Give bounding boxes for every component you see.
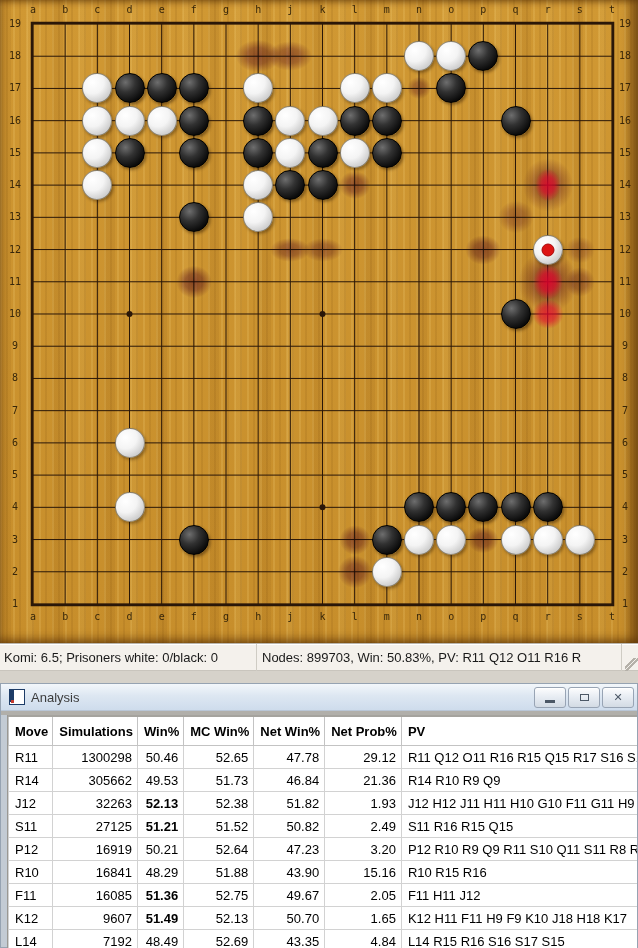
coordinate-label-bottom-g: g xyxy=(223,612,229,622)
maximize-button[interactable] xyxy=(568,687,600,708)
coordinate-label-bottom-k: k xyxy=(319,612,325,622)
cell-S11-net_prob: 2.49 xyxy=(325,815,402,838)
cell-P12-simulations: 16919 xyxy=(53,838,138,861)
cell-R11-simulations: 1300298 xyxy=(53,746,138,769)
black-stone-M3 xyxy=(372,525,402,555)
cell-F11-pv: F11 H11 J12 xyxy=(401,884,637,907)
black-stone-O17 xyxy=(436,73,466,103)
analysis-row-K12[interactable]: K12960751.4952.1350.701.65K12 H11 F11 H9… xyxy=(9,907,638,930)
white-stone-D4 xyxy=(115,492,145,522)
black-stone-P18 xyxy=(468,41,498,71)
coordinate-label-left-6: 6 xyxy=(12,438,18,448)
cell-L14-move: L14 xyxy=(9,930,53,948)
cell-L14-mc_win: 52.69 xyxy=(184,930,254,948)
coordinate-label-top-e: e xyxy=(159,5,165,15)
cell-L14-simulations: 7192 xyxy=(53,930,138,948)
coordinate-label-left-7: 7 xyxy=(12,406,18,416)
black-stone-M15 xyxy=(372,138,402,168)
cell-L14-net_win: 43.35 xyxy=(254,930,325,948)
white-stone-L17 xyxy=(340,73,370,103)
coordinate-label-right-9: 9 xyxy=(622,341,628,351)
cell-S11-pv: S11 R16 R15 Q15 xyxy=(401,815,637,838)
coordinate-label-bottom-j: j xyxy=(287,612,293,622)
coordinate-label-top-t: t xyxy=(609,5,615,15)
coordinate-label-left-8: 8 xyxy=(12,373,18,383)
coordinate-label-left-15: 15 xyxy=(9,148,21,158)
coordinate-label-right-17: 17 xyxy=(619,83,631,93)
cell-R14-pv: R14 R10 R9 Q9 xyxy=(401,769,637,792)
coordinate-label-top-s: s xyxy=(577,5,583,15)
cell-R14-move: R14 xyxy=(9,769,53,792)
white-stone-O3 xyxy=(436,525,466,555)
white-stone-J15 xyxy=(275,138,305,168)
coordinate-label-top-d: d xyxy=(126,5,132,15)
cell-S11-move: S11 xyxy=(9,815,53,838)
analysis-row-R10[interactable]: R101684148.2951.8843.9015.16R10 R15 R16 xyxy=(9,861,638,884)
cell-F11-net_win: 49.67 xyxy=(254,884,325,907)
analysis-row-P12[interactable]: P121691950.2152.6447.233.20P12 R10 R9 Q9… xyxy=(9,838,638,861)
coordinate-label-right-2: 2 xyxy=(622,567,628,577)
coordinate-label-right-1: 1 xyxy=(622,599,628,609)
minimize-icon xyxy=(545,700,555,703)
black-stone-Q10 xyxy=(501,299,531,329)
white-stone-E16 xyxy=(147,106,177,136)
cell-R10-pv: R10 R15 R16 xyxy=(401,861,637,884)
coordinate-label-left-9: 9 xyxy=(12,341,18,351)
cell-R14-mc_win: 51.73 xyxy=(184,769,254,792)
cell-R10-net_prob: 15.16 xyxy=(325,861,402,884)
cell-K12-mc_win: 52.13 xyxy=(184,907,254,930)
window-title: Analysis xyxy=(31,690,79,705)
coordinate-label-right-18: 18 xyxy=(619,51,631,61)
cell-L14-net_prob: 4.84 xyxy=(325,930,402,948)
coordinate-label-top-h: h xyxy=(255,5,261,15)
coordinate-label-right-4: 4 xyxy=(622,502,628,512)
cell-R10-move: R10 xyxy=(9,861,53,884)
coordinate-label-bottom-l: l xyxy=(352,612,358,622)
black-stone-F15 xyxy=(179,138,209,168)
coordinate-label-bottom-q: q xyxy=(512,612,518,622)
cell-J12-win: 52.13 xyxy=(137,792,183,815)
coordinate-label-bottom-s: s xyxy=(577,612,583,622)
window-app-icon xyxy=(9,689,25,705)
coordinate-label-left-10: 10 xyxy=(9,309,21,319)
coordinate-label-top-g: g xyxy=(223,5,229,15)
black-stone-H15 xyxy=(243,138,273,168)
analysis-row-R14[interactable]: R1430566249.5351.7346.8421.36R14 R10 R9 … xyxy=(9,769,638,792)
coordinate-label-top-o: o xyxy=(448,5,454,15)
coordinate-label-right-5: 5 xyxy=(622,470,628,480)
black-stone-D17 xyxy=(115,73,145,103)
analysis-header-row: MoveSimulationsWin%MC Win%Net Win%Net Pr… xyxy=(9,716,638,746)
coordinate-label-left-3: 3 xyxy=(12,535,18,545)
cell-R11-pv: R11 Q12 O11 R16 R15 Q15 R17 S16 S1 xyxy=(401,746,637,769)
coordinate-label-left-19: 19 xyxy=(9,19,21,29)
black-stone-F16 xyxy=(179,106,209,136)
black-stone-P4 xyxy=(468,492,498,522)
white-stone-N3 xyxy=(404,525,434,555)
coordinate-label-left-17: 17 xyxy=(9,83,21,93)
coordinate-label-top-b: b xyxy=(62,5,68,15)
coordinate-label-left-18: 18 xyxy=(9,51,21,61)
coordinate-label-right-19: 19 xyxy=(619,19,631,29)
status-nodes-win-pv: Nodes: 899703, Win: 50.83%, PV: R11 Q12 … xyxy=(257,644,622,671)
status-komi-prisoners: Komi: 6.5; Prisoners white: 0/black: 0 xyxy=(0,644,257,671)
black-stone-M16 xyxy=(372,106,402,136)
cell-F11-net_prob: 2.05 xyxy=(325,884,402,907)
cell-S11-simulations: 27125 xyxy=(53,815,138,838)
coordinate-label-right-7: 7 xyxy=(622,406,628,416)
cell-R14-win: 49.53 xyxy=(137,769,183,792)
cell-P12-mc_win: 52.64 xyxy=(184,838,254,861)
cell-K12-simulations: 9607 xyxy=(53,907,138,930)
cell-F11-mc_win: 52.75 xyxy=(184,884,254,907)
cell-J12-mc_win: 52.38 xyxy=(184,792,254,815)
cell-R11-win: 50.46 xyxy=(137,746,183,769)
coordinate-label-right-11: 11 xyxy=(619,277,631,287)
last-move-marker-icon xyxy=(541,243,554,256)
coordinate-label-bottom-n: n xyxy=(416,612,422,622)
black-stone-D15 xyxy=(115,138,145,168)
maximize-icon xyxy=(580,694,589,701)
analysis-row-S11[interactable]: S112712551.2151.5250.822.49S11 R16 R15 Q… xyxy=(9,815,638,838)
black-stone-K15 xyxy=(308,138,338,168)
cell-P12-pv: P12 R10 R9 Q9 R11 S10 Q11 S11 R8 R xyxy=(401,838,637,861)
cell-R14-net_prob: 21.36 xyxy=(325,769,402,792)
cell-R11-net_prob: 29.12 xyxy=(325,746,402,769)
white-stone-C16 xyxy=(82,106,112,136)
white-stone-H17 xyxy=(243,73,273,103)
analysis-table: MoveSimulationsWin%MC Win%Net Win%Net Pr… xyxy=(8,715,637,948)
coordinate-label-top-q: q xyxy=(512,5,518,15)
coordinate-label-right-16: 16 xyxy=(619,116,631,126)
status-bar: Komi: 6.5; Prisoners white: 0/black: 0 N… xyxy=(0,643,638,671)
coordinate-label-right-8: 8 xyxy=(622,373,628,383)
coordinate-label-left-14: 14 xyxy=(9,180,21,190)
white-stone-S3 xyxy=(565,525,595,555)
coordinate-label-bottom-t: t xyxy=(609,612,615,622)
coordinate-label-left-11: 11 xyxy=(9,277,21,287)
column-header-net_prob[interactable]: Net Prob% xyxy=(325,716,402,746)
white-stone-D16 xyxy=(115,106,145,136)
cell-K12-move: K12 xyxy=(9,907,53,930)
cell-R10-mc_win: 51.88 xyxy=(184,861,254,884)
coordinate-label-top-f: f xyxy=(191,5,197,15)
black-stone-Q16 xyxy=(501,106,531,136)
coordinate-label-bottom-b: b xyxy=(62,612,68,622)
column-header-net_win[interactable]: Net Win% xyxy=(254,716,325,746)
coordinate-label-bottom-c: c xyxy=(94,612,100,622)
cell-F11-win: 51.36 xyxy=(137,884,183,907)
analysis-row-J12[interactable]: J123226352.1352.3851.821.93J12 H12 J11 H… xyxy=(9,792,638,815)
cell-R10-simulations: 16841 xyxy=(53,861,138,884)
white-stone-R3 xyxy=(533,525,563,555)
white-stone-H14 xyxy=(243,170,273,200)
coordinate-label-top-l: l xyxy=(352,5,358,15)
analysis-row-L14[interactable]: L14719248.4952.6943.354.84L14 R15 R16 S1… xyxy=(9,930,638,948)
white-stone-H13 xyxy=(243,202,273,232)
coordinate-label-top-p: p xyxy=(480,5,486,15)
coordinate-label-left-12: 12 xyxy=(9,245,21,255)
coordinate-label-bottom-f: f xyxy=(191,612,197,622)
cell-L14-win: 48.49 xyxy=(137,930,183,948)
white-stone-C14 xyxy=(82,170,112,200)
coordinate-label-top-r: r xyxy=(545,5,551,15)
black-stone-Q4 xyxy=(501,492,531,522)
cell-P12-net_prob: 3.20 xyxy=(325,838,402,861)
cell-R10-net_win: 43.90 xyxy=(254,861,325,884)
close-icon: ✕ xyxy=(613,692,622,703)
black-stone-R4 xyxy=(533,492,563,522)
white-stone-D6 xyxy=(115,428,145,458)
minimize-button[interactable] xyxy=(534,687,566,708)
coordinate-label-top-j: j xyxy=(287,5,293,15)
coordinate-label-top-a: a xyxy=(30,5,36,15)
cell-R14-net_win: 46.84 xyxy=(254,769,325,792)
black-stone-L16 xyxy=(340,106,370,136)
coordinate-label-right-3: 3 xyxy=(622,535,628,545)
column-header-win[interactable]: Win% xyxy=(137,716,183,746)
cell-R10-win: 48.29 xyxy=(137,861,183,884)
coordinate-label-left-13: 13 xyxy=(9,212,21,222)
coordinate-label-bottom-h: h xyxy=(255,612,261,622)
cell-R14-simulations: 305662 xyxy=(53,769,138,792)
cell-S11-mc_win: 51.52 xyxy=(184,815,254,838)
cell-S11-net_win: 50.82 xyxy=(254,815,325,838)
cell-P12-move: P12 xyxy=(9,838,53,861)
black-stone-N4 xyxy=(404,492,434,522)
cell-P12-net_win: 47.23 xyxy=(254,838,325,861)
coordinate-label-left-2: 2 xyxy=(12,567,18,577)
cell-K12-net_prob: 1.65 xyxy=(325,907,402,930)
white-stone-O18 xyxy=(436,41,466,71)
coordinate-label-right-6: 6 xyxy=(622,438,628,448)
black-stone-H16 xyxy=(243,106,273,136)
analysis-row-F11[interactable]: F111608551.3652.7549.672.05F11 H11 J12 xyxy=(9,884,638,907)
black-stone-O4 xyxy=(436,492,466,522)
black-stone-J14 xyxy=(275,170,305,200)
coordinate-label-left-5: 5 xyxy=(12,470,18,480)
black-stone-F17 xyxy=(179,73,209,103)
white-stone-J16 xyxy=(275,106,305,136)
black-stone-E17 xyxy=(147,73,177,103)
coordinate-label-right-13: 13 xyxy=(619,212,631,222)
close-button[interactable]: ✕ xyxy=(602,687,634,708)
white-stone-R12 xyxy=(533,235,563,265)
coordinate-label-bottom-e: e xyxy=(159,612,165,622)
coordinate-label-right-12: 12 xyxy=(619,245,631,255)
column-header-move[interactable]: Move xyxy=(9,716,53,746)
cell-J12-net_prob: 1.93 xyxy=(325,792,402,815)
coordinate-label-left-16: 16 xyxy=(9,116,21,126)
white-stone-M17 xyxy=(372,73,402,103)
go-board[interactable]: aabbccddeeffgghhjjkkllmmnnooppqqrrsstt19… xyxy=(0,0,638,643)
column-header-simulations[interactable]: Simulations xyxy=(53,716,138,746)
cell-F11-move: F11 xyxy=(9,884,53,907)
cell-R11-mc_win: 52.65 xyxy=(184,746,254,769)
coordinate-label-bottom-m: m xyxy=(384,612,390,622)
coordinate-label-bottom-o: o xyxy=(448,612,454,622)
coordinate-label-right-10: 10 xyxy=(619,309,631,319)
black-stone-F13 xyxy=(179,202,209,232)
cell-R11-net_win: 47.78 xyxy=(254,746,325,769)
white-stone-L15 xyxy=(340,138,370,168)
coordinate-label-bottom-p: p xyxy=(480,612,486,622)
coordinate-label-right-14: 14 xyxy=(619,180,631,190)
coordinate-label-left-1: 1 xyxy=(12,599,18,609)
coordinate-label-top-k: k xyxy=(319,5,325,15)
white-stone-M2 xyxy=(372,557,402,587)
white-stone-K16 xyxy=(308,106,338,136)
cell-K12-net_win: 50.70 xyxy=(254,907,325,930)
analysis-window: Analysis ✕ MoveSimulationsWin%MC Win%Net… xyxy=(0,683,638,948)
coordinate-label-right-15: 15 xyxy=(619,148,631,158)
white-stone-C17 xyxy=(82,73,112,103)
cell-S11-win: 51.21 xyxy=(137,815,183,838)
column-header-mc_win[interactable]: MC Win% xyxy=(184,716,254,746)
coordinate-label-top-m: m xyxy=(384,5,390,15)
white-stone-C15 xyxy=(82,138,112,168)
coordinate-label-bottom-r: r xyxy=(545,612,551,622)
resize-grip-icon[interactable] xyxy=(625,658,638,671)
white-stone-N18 xyxy=(404,41,434,71)
cell-L14-pv: L14 R15 R16 S16 S17 S15 xyxy=(401,930,637,948)
column-header-pv[interactable]: PV xyxy=(401,716,637,746)
cell-P12-win: 50.21 xyxy=(137,838,183,861)
cell-K12-win: 51.49 xyxy=(137,907,183,930)
coordinate-label-left-4: 4 xyxy=(12,502,18,512)
cell-F11-simulations: 16085 xyxy=(53,884,138,907)
leela-go-analysis-screen: aabbccddeeffgghhjjkkllmmnnooppqqrrsstt19… xyxy=(0,0,638,948)
cell-K12-pv: K12 H11 F11 H9 F9 K10 J18 H18 K17 xyxy=(401,907,637,930)
black-stone-F3 xyxy=(179,525,209,555)
white-stone-Q3 xyxy=(501,525,531,555)
cell-J12-pv: J12 H12 J11 H11 H10 G10 F11 G11 H9 xyxy=(401,792,637,815)
coordinate-label-top-c: c xyxy=(94,5,100,15)
cell-J12-simulations: 32263 xyxy=(53,792,138,815)
cell-J12-net_win: 51.82 xyxy=(254,792,325,815)
analysis-table-wrap: MoveSimulationsWin%MC Win%Net Win%Net Pr… xyxy=(7,715,637,948)
coordinate-label-bottom-a: a xyxy=(30,612,36,622)
analysis-row-R11[interactable]: R11130029850.4652.6547.7829.12R11 Q12 O1… xyxy=(9,746,638,769)
black-stone-K14 xyxy=(308,170,338,200)
cell-J12-move: J12 xyxy=(9,792,53,815)
coordinate-label-bottom-d: d xyxy=(126,612,132,622)
cell-R11-move: R11 xyxy=(9,746,53,769)
coordinate-label-top-n: n xyxy=(416,5,422,15)
analysis-titlebar[interactable]: Analysis ✕ xyxy=(1,684,637,711)
